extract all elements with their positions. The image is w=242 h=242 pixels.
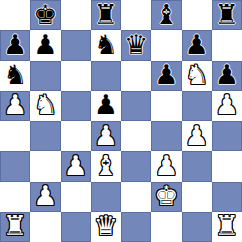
piece-white-rook[interactable]: ♜	[3, 212, 27, 239]
square-a5[interactable]: ♟	[0, 91, 30, 121]
piece-black-pawn[interactable]: ♟	[154, 61, 178, 88]
piece-white-pawn[interactable]: ♟	[185, 122, 209, 149]
square-g3[interactable]	[182, 151, 212, 181]
square-f7[interactable]	[151, 30, 181, 60]
piece-black-rook[interactable]: ♜	[94, 1, 118, 28]
square-d4[interactable]: ♟	[91, 121, 121, 151]
square-h7[interactable]	[212, 30, 242, 60]
square-e4[interactable]	[121, 121, 151, 151]
square-f6[interactable]: ♟	[151, 61, 181, 91]
piece-white-pawn[interactable]: ♟	[33, 182, 57, 209]
square-g7[interactable]: ♟	[182, 30, 212, 60]
square-a6[interactable]: ♞	[0, 61, 30, 91]
square-h3[interactable]	[212, 151, 242, 181]
piece-black-pawn[interactable]: ♟	[185, 31, 209, 58]
piece-white-pawn[interactable]: ♟	[64, 152, 88, 179]
square-g8[interactable]	[182, 0, 212, 30]
square-h2[interactable]	[212, 182, 242, 212]
square-c8[interactable]	[61, 0, 91, 30]
square-a1[interactable]: ♜	[0, 212, 30, 242]
square-f3[interactable]: ♟	[151, 151, 181, 181]
piece-white-pawn[interactable]: ♟	[94, 122, 118, 149]
square-e2[interactable]	[121, 182, 151, 212]
piece-white-knight[interactable]: ♞	[33, 91, 57, 118]
square-c3[interactable]: ♟	[61, 151, 91, 181]
square-h6[interactable]: ♟	[212, 61, 242, 91]
square-d7[interactable]: ♞	[91, 30, 121, 60]
square-a8[interactable]	[0, 0, 30, 30]
piece-white-pawn[interactable]: ♟	[3, 91, 27, 118]
piece-white-knight[interactable]: ♞	[185, 61, 209, 88]
square-d2[interactable]	[91, 182, 121, 212]
piece-black-pawn[interactable]: ♟	[3, 31, 27, 58]
piece-black-knight[interactable]: ♞	[94, 31, 118, 58]
square-e7[interactable]: ♛	[121, 30, 151, 60]
square-d8[interactable]: ♜	[91, 0, 121, 30]
square-a3[interactable]	[0, 151, 30, 181]
piece-black-king[interactable]: ♚	[33, 1, 57, 28]
square-f2[interactable]: ♚	[151, 182, 181, 212]
square-d1[interactable]: ♛	[91, 212, 121, 242]
piece-black-bishop[interactable]: ♝	[154, 1, 178, 28]
piece-black-pawn[interactable]: ♟	[33, 31, 57, 58]
square-f1[interactable]	[151, 212, 181, 242]
square-g6[interactable]: ♞	[182, 61, 212, 91]
square-h5[interactable]: ♟	[212, 91, 242, 121]
piece-white-king[interactable]: ♚	[154, 182, 178, 209]
square-b3[interactable]	[30, 151, 60, 181]
square-b5[interactable]: ♞	[30, 91, 60, 121]
piece-white-pawn[interactable]: ♟	[154, 152, 178, 179]
square-b1[interactable]	[30, 212, 60, 242]
square-c1[interactable]	[61, 212, 91, 242]
square-f4[interactable]	[151, 121, 181, 151]
piece-white-bishop[interactable]: ♝	[94, 152, 118, 179]
square-d6[interactable]	[91, 61, 121, 91]
square-b2[interactable]: ♟	[30, 182, 60, 212]
square-h1[interactable]: ♜	[212, 212, 242, 242]
piece-white-pawn[interactable]: ♟	[215, 91, 239, 118]
square-e8[interactable]	[121, 0, 151, 30]
square-f8[interactable]: ♝	[151, 0, 181, 30]
square-c5[interactable]	[61, 91, 91, 121]
square-e5[interactable]	[121, 91, 151, 121]
square-a2[interactable]	[0, 182, 30, 212]
square-c2[interactable]	[61, 182, 91, 212]
square-a4[interactable]	[0, 121, 30, 151]
square-b7[interactable]: ♟	[30, 30, 60, 60]
piece-black-pawn[interactable]: ♟	[215, 61, 239, 88]
square-f5[interactable]	[151, 91, 181, 121]
square-b8[interactable]: ♚	[30, 0, 60, 30]
square-b4[interactable]	[30, 121, 60, 151]
square-e6[interactable]	[121, 61, 151, 91]
piece-white-queen[interactable]: ♛	[94, 212, 118, 239]
square-e3[interactable]	[121, 151, 151, 181]
square-g2[interactable]	[182, 182, 212, 212]
piece-black-rook[interactable]: ♜	[215, 1, 239, 28]
square-h4[interactable]	[212, 121, 242, 151]
square-c6[interactable]	[61, 61, 91, 91]
square-e1[interactable]	[121, 212, 151, 242]
square-g1[interactable]	[182, 212, 212, 242]
square-d5[interactable]: ♟	[91, 91, 121, 121]
square-g5[interactable]	[182, 91, 212, 121]
piece-black-knight[interactable]: ♞	[3, 61, 27, 88]
piece-black-queen[interactable]: ♛	[124, 31, 148, 58]
square-b6[interactable]	[30, 61, 60, 91]
square-c7[interactable]	[61, 30, 91, 60]
chess-board: ♚♜♝♜♟♟♞♛♟♞♟♞♟♟♞♟♟♟♟♟♝♟♟♚♜♛♜	[0, 0, 242, 242]
piece-black-pawn[interactable]: ♟	[94, 91, 118, 118]
square-g4[interactable]: ♟	[182, 121, 212, 151]
piece-white-rook[interactable]: ♜	[215, 212, 239, 239]
square-a7[interactable]: ♟	[0, 30, 30, 60]
square-d3[interactable]: ♝	[91, 151, 121, 181]
square-c4[interactable]	[61, 121, 91, 151]
square-h8[interactable]: ♜	[212, 0, 242, 30]
